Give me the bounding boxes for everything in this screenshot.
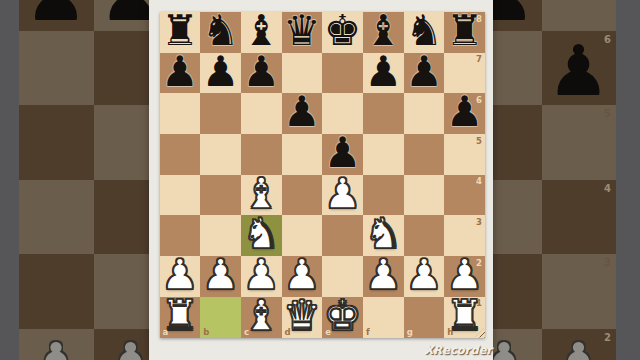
file-label-b: b xyxy=(203,327,209,337)
white-pawn[interactable]: ♟ xyxy=(364,255,402,296)
rank-label-5: 5 xyxy=(476,136,482,146)
file-label-f: f xyxy=(366,327,370,337)
rank-label-4: 4 xyxy=(476,176,482,186)
rank-label-3: 3 xyxy=(476,217,482,227)
bg-square-b4 xyxy=(94,180,150,255)
file-label-e: e xyxy=(325,327,331,337)
bg-square-b6 xyxy=(94,31,150,106)
square-f1[interactable]: f xyxy=(363,297,404,338)
bg-square-b2: ♟ xyxy=(94,329,150,360)
square-f5[interactable] xyxy=(363,134,404,175)
square-b4[interactable] xyxy=(200,175,241,216)
bg-square-b3 xyxy=(94,254,150,329)
square-a6[interactable] xyxy=(160,93,201,134)
bg-square-a2: ♟ xyxy=(19,329,94,360)
square-e1[interactable]: ♚e xyxy=(322,297,363,338)
white-pawn[interactable]: ♟ xyxy=(324,174,362,215)
square-h5[interactable]: 5 xyxy=(444,134,485,175)
white-pawn[interactable]: ♟ xyxy=(202,255,240,296)
square-h8[interactable]: ♜8 xyxy=(444,12,485,53)
square-d1[interactable]: ♛d xyxy=(282,297,323,338)
bg-rank-label-4: 4 xyxy=(604,183,611,194)
square-f2[interactable]: ♟ xyxy=(363,256,404,297)
black-pawn[interactable]: ♟ xyxy=(364,52,402,93)
square-b5[interactable] xyxy=(200,134,241,175)
square-c7[interactable]: ♟ xyxy=(241,53,282,94)
video-panel: ♜♞♝♛♚♝♞♜8♟♟♟♟♟7♟♟6♟5♝♟4♞♞3♟♟♟♟♟♟♟2♜ab♝c♛… xyxy=(149,0,494,360)
bg-square-h6: ♟6 xyxy=(542,31,617,106)
file-label-d: d xyxy=(285,327,291,337)
square-b1[interactable]: b xyxy=(200,297,241,338)
screen-recording-frame: ♟♟♟♟ ♟♟6543♟♟2 ♜♞♝♛♚♝♞♜8♟♟♟♟♟7♟♟6♟5♝♟4♞♞… xyxy=(0,0,640,360)
square-c1[interactable]: ♝c xyxy=(241,297,282,338)
white-knight[interactable]: ♞ xyxy=(242,214,280,255)
square-g5[interactable] xyxy=(404,134,445,175)
square-a1[interactable]: ♜a xyxy=(160,297,201,338)
square-d6[interactable]: ♟ xyxy=(282,93,323,134)
file-label-h: h xyxy=(447,327,453,337)
letterbox-strip-left xyxy=(0,0,19,360)
bg-square-b5 xyxy=(94,105,150,180)
square-d4[interactable] xyxy=(282,175,323,216)
bg-square-a6 xyxy=(19,31,94,106)
square-g4[interactable] xyxy=(404,175,445,216)
bg-square-a4 xyxy=(19,180,94,255)
square-e4[interactable]: ♟ xyxy=(322,175,363,216)
bg-white-pawn-icon: ♟ xyxy=(25,334,88,360)
white-knight[interactable]: ♞ xyxy=(364,214,402,255)
square-d8[interactable]: ♛ xyxy=(282,12,323,53)
bg-black-pawn-icon: ♟ xyxy=(547,36,610,106)
letterbox-strip-right xyxy=(616,0,640,360)
bg-square-a3 xyxy=(19,254,94,329)
rank-label-8: 8 xyxy=(476,14,482,24)
bg-square-h2: ♟2 xyxy=(542,329,617,360)
bg-black-pawn-icon: ♟ xyxy=(25,0,88,31)
bg-square-h4: 4 xyxy=(542,180,617,255)
square-d5[interactable] xyxy=(282,134,323,175)
square-f6[interactable] xyxy=(363,93,404,134)
black-pawn[interactable]: ♟ xyxy=(202,52,240,93)
bg-square-a5 xyxy=(19,105,94,180)
square-g7[interactable]: ♟ xyxy=(404,53,445,94)
xrecorder-watermark: XRecorder xyxy=(425,343,493,357)
chess-board: ♜♞♝♛♚♝♞♜8♟♟♟♟♟7♟♟6♟5♝♟4♞♞3♟♟♟♟♟♟♟2♜ab♝c♛… xyxy=(160,12,486,338)
square-b7[interactable]: ♟ xyxy=(200,53,241,94)
square-a4[interactable] xyxy=(160,175,201,216)
bg-rank-label-2: 2 xyxy=(604,332,611,343)
black-pawn[interactable]: ♟ xyxy=(161,52,199,93)
square-f7[interactable]: ♟ xyxy=(363,53,404,94)
rank-label-6: 6 xyxy=(476,95,482,105)
square-a7[interactable]: ♟ xyxy=(160,53,201,94)
rank-label-7: 7 xyxy=(476,54,482,64)
white-pawn[interactable]: ♟ xyxy=(161,255,199,296)
square-h4[interactable]: 4 xyxy=(444,175,485,216)
black-bishop[interactable]: ♝ xyxy=(364,11,402,52)
black-pawn[interactable]: ♟ xyxy=(324,133,362,174)
bg-square-h5: 5 xyxy=(542,105,617,180)
bg-rank-label-5: 5 xyxy=(604,108,611,119)
square-b6[interactable] xyxy=(200,93,241,134)
rank-label-2: 2 xyxy=(476,258,482,268)
square-c6[interactable] xyxy=(241,93,282,134)
square-b2[interactable]: ♟ xyxy=(200,256,241,297)
rank-label-1: 1 xyxy=(476,298,482,308)
black-knight[interactable]: ♞ xyxy=(202,11,240,52)
bg-square-h3: 3 xyxy=(542,254,617,329)
background-board-left: ♟♟♟♟ xyxy=(19,0,149,360)
square-e8[interactable]: ♚ xyxy=(322,12,363,53)
white-pawn[interactable]: ♟ xyxy=(283,255,321,296)
square-h1[interactable]: ♜1h xyxy=(444,297,485,338)
black-knight[interactable]: ♞ xyxy=(405,11,443,52)
square-g1[interactable]: g xyxy=(404,297,445,338)
square-a5[interactable] xyxy=(160,134,201,175)
black-queen[interactable]: ♛ xyxy=(283,11,321,52)
bg-square-h7 xyxy=(542,0,617,31)
bg-white-pawn-icon: ♟ xyxy=(547,334,610,360)
black-rook[interactable]: ♜ xyxy=(161,11,199,52)
square-h6[interactable]: ♟6 xyxy=(444,93,485,134)
black-pawn[interactable]: ♟ xyxy=(283,92,321,133)
bg-rank-label-3: 3 xyxy=(604,257,611,268)
white-bishop[interactable]: ♝ xyxy=(242,174,280,215)
white-pawn[interactable]: ♟ xyxy=(242,255,280,296)
file-label-a: a xyxy=(163,327,169,337)
file-label-g: g xyxy=(407,327,413,337)
bg-black-pawn-icon: ♟ xyxy=(99,0,149,31)
bg-square-a7: ♟ xyxy=(19,0,94,31)
black-bishop[interactable]: ♝ xyxy=(242,11,280,52)
file-label-c: c xyxy=(244,327,249,337)
bg-white-pawn-icon: ♟ xyxy=(99,334,149,360)
black-king[interactable]: ♚ xyxy=(324,11,362,52)
square-e7[interactable] xyxy=(322,53,363,94)
square-g6[interactable] xyxy=(404,93,445,134)
black-pawn[interactable]: ♟ xyxy=(405,52,443,93)
bg-square-b7: ♟ xyxy=(94,0,150,31)
bg-rank-label-6: 6 xyxy=(604,34,611,45)
square-e3[interactable] xyxy=(322,215,363,256)
xrecorder-watermark-clipped: XRecorder xyxy=(425,357,493,360)
square-g2[interactable]: ♟ xyxy=(404,256,445,297)
black-pawn[interactable]: ♟ xyxy=(242,52,280,93)
white-pawn[interactable]: ♟ xyxy=(405,255,443,296)
